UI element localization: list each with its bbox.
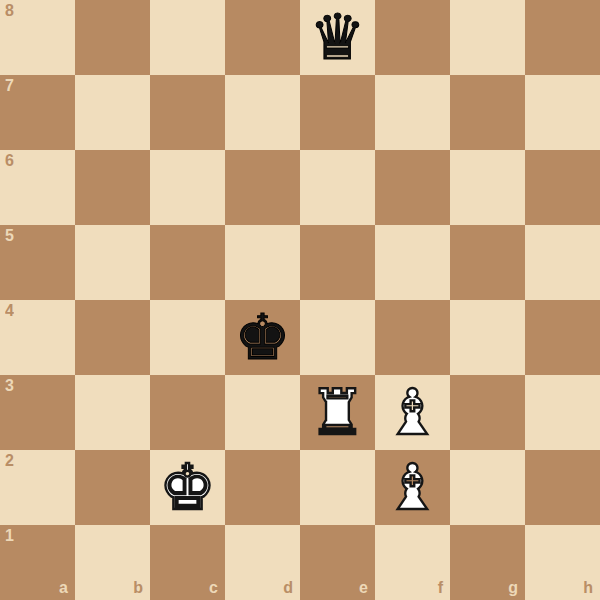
file-label-h: h (583, 580, 593, 596)
white-king-c2[interactable]: ♚ (150, 450, 225, 525)
square-f7[interactable] (375, 75, 450, 150)
square-g1[interactable]: g (450, 525, 525, 600)
square-h7[interactable] (525, 75, 600, 150)
square-a7[interactable]: 7 (0, 75, 75, 150)
square-b4[interactable] (75, 300, 150, 375)
black-king-d4[interactable]: ♚ (225, 300, 300, 375)
square-f2[interactable]: ♝ (375, 450, 450, 525)
square-g8[interactable] (450, 0, 525, 75)
white-bishop-f3[interactable]: ♝ (375, 375, 450, 450)
square-d7[interactable] (225, 75, 300, 150)
square-e6[interactable] (300, 150, 375, 225)
square-g6[interactable] (450, 150, 525, 225)
square-f3[interactable]: ♝ (375, 375, 450, 450)
square-a4[interactable]: 4 (0, 300, 75, 375)
square-e4[interactable] (300, 300, 375, 375)
square-a8[interactable]: 8 (0, 0, 75, 75)
square-g2[interactable] (450, 450, 525, 525)
square-c5[interactable] (150, 225, 225, 300)
square-c7[interactable] (150, 75, 225, 150)
square-d2[interactable] (225, 450, 300, 525)
file-label-d: d (283, 580, 293, 596)
square-h8[interactable] (525, 0, 600, 75)
square-a6[interactable]: 6 (0, 150, 75, 225)
square-a3[interactable]: 3 (0, 375, 75, 450)
square-g3[interactable] (450, 375, 525, 450)
rank-label-8: 8 (5, 3, 14, 19)
square-e1[interactable]: e (300, 525, 375, 600)
square-b6[interactable] (75, 150, 150, 225)
rank-label-7: 7 (5, 78, 14, 94)
square-c4[interactable] (150, 300, 225, 375)
rank-label-5: 5 (5, 228, 14, 244)
square-f1[interactable]: f (375, 525, 450, 600)
rank-label-6: 6 (5, 153, 14, 169)
square-e2[interactable] (300, 450, 375, 525)
square-h6[interactable] (525, 150, 600, 225)
square-a2[interactable]: 2 (0, 450, 75, 525)
square-h1[interactable]: h (525, 525, 600, 600)
square-e3[interactable]: ♜ (300, 375, 375, 450)
square-e8[interactable]: ♛ (300, 0, 375, 75)
rank-label-4: 4 (5, 303, 14, 319)
square-d1[interactable]: d (225, 525, 300, 600)
square-g4[interactable] (450, 300, 525, 375)
square-h3[interactable] (525, 375, 600, 450)
white-bishop-f2[interactable]: ♝ (375, 450, 450, 525)
black-queen-e8[interactable]: ♛ (300, 0, 375, 75)
rank-label-1: 1 (5, 528, 14, 544)
square-d6[interactable] (225, 150, 300, 225)
square-a1[interactable]: 1a (0, 525, 75, 600)
square-f6[interactable] (375, 150, 450, 225)
rank-label-3: 3 (5, 378, 14, 394)
square-h4[interactable] (525, 300, 600, 375)
square-b2[interactable] (75, 450, 150, 525)
square-d3[interactable] (225, 375, 300, 450)
square-h2[interactable] (525, 450, 600, 525)
square-g5[interactable] (450, 225, 525, 300)
square-c1[interactable]: c (150, 525, 225, 600)
square-f4[interactable] (375, 300, 450, 375)
square-d4[interactable]: ♚ (225, 300, 300, 375)
file-label-g: g (508, 580, 518, 596)
square-b3[interactable] (75, 375, 150, 450)
square-b7[interactable] (75, 75, 150, 150)
square-c6[interactable] (150, 150, 225, 225)
file-label-b: b (133, 580, 143, 596)
square-e5[interactable] (300, 225, 375, 300)
square-f8[interactable] (375, 0, 450, 75)
square-h5[interactable] (525, 225, 600, 300)
square-b8[interactable] (75, 0, 150, 75)
chess-board: 8♛7654♚3♜♝2♚♝1abcdefgh (0, 0, 600, 600)
file-label-e: e (359, 580, 368, 596)
rank-label-2: 2 (5, 453, 14, 469)
file-label-f: f (438, 580, 443, 596)
square-e7[interactable] (300, 75, 375, 150)
square-c2[interactable]: ♚ (150, 450, 225, 525)
square-g7[interactable] (450, 75, 525, 150)
square-d8[interactable] (225, 0, 300, 75)
square-c3[interactable] (150, 375, 225, 450)
square-f5[interactable] (375, 225, 450, 300)
square-a5[interactable]: 5 (0, 225, 75, 300)
file-label-a: a (59, 580, 68, 596)
square-b1[interactable]: b (75, 525, 150, 600)
square-b5[interactable] (75, 225, 150, 300)
file-label-c: c (209, 580, 218, 596)
white-rook-e3[interactable]: ♜ (300, 375, 375, 450)
square-c8[interactable] (150, 0, 225, 75)
square-d5[interactable] (225, 225, 300, 300)
